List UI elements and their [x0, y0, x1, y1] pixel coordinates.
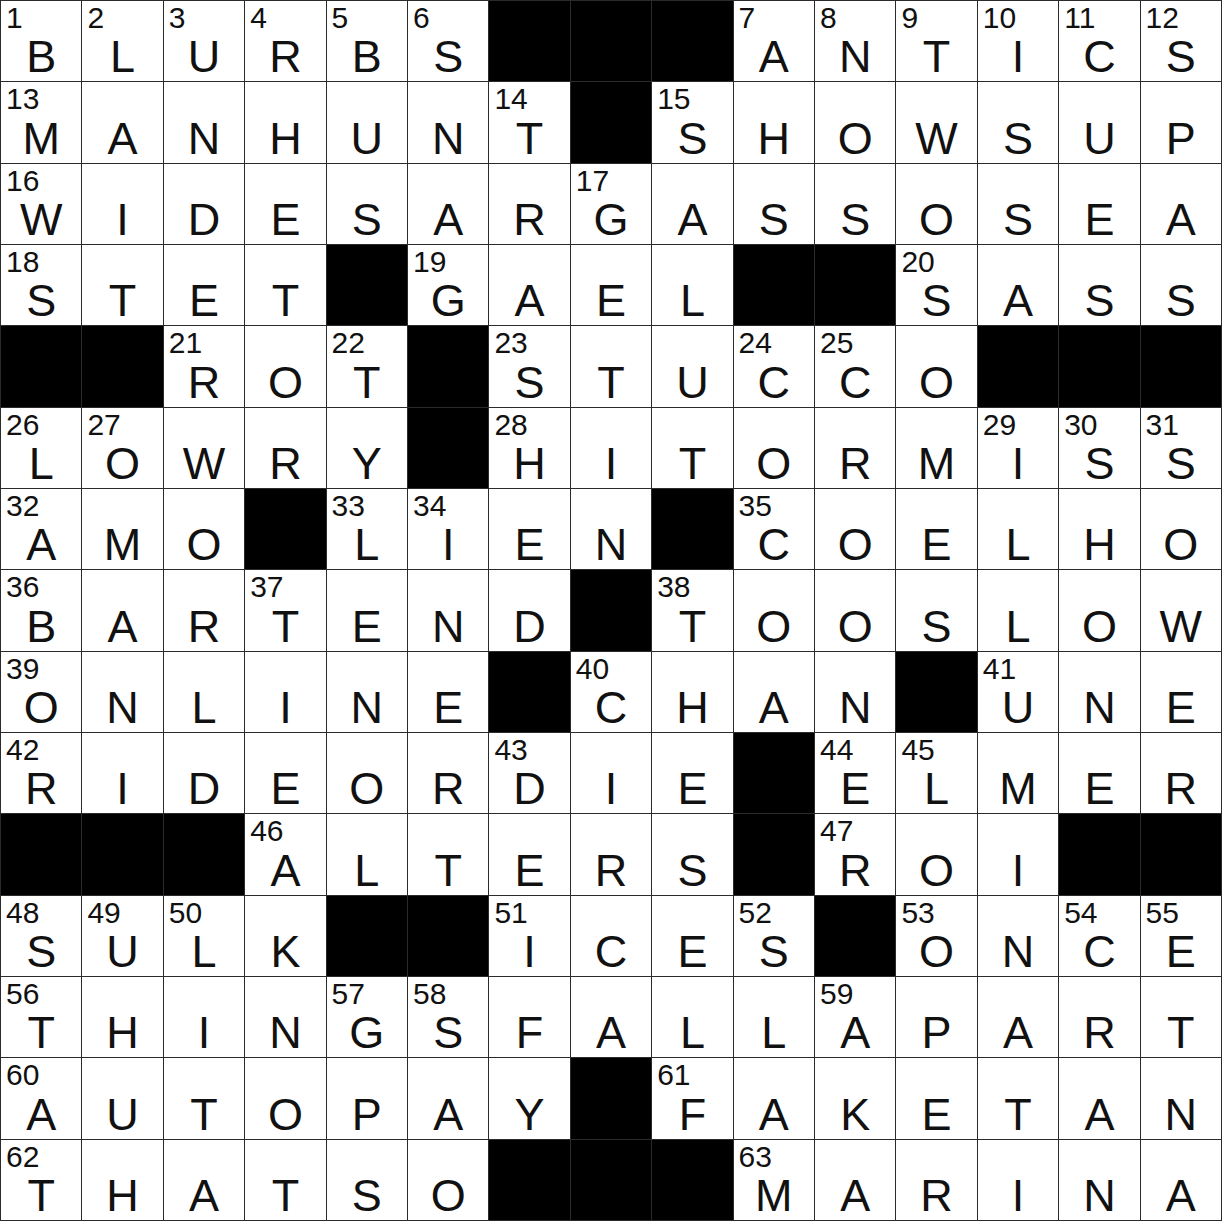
- cell-r8c15[interactable]: W: [1141, 570, 1221, 650]
- cell-r4c1[interactable]: 18S: [1, 245, 81, 325]
- cell-r14c10[interactable]: A: [734, 1058, 814, 1138]
- cell-r13c6[interactable]: 58S: [408, 977, 488, 1057]
- cell-r15c5[interactable]: S: [327, 1140, 407, 1220]
- cell-r8c10[interactable]: O: [734, 570, 814, 650]
- cell-r10c15[interactable]: R: [1141, 733, 1221, 813]
- cell-r14c1[interactable]: 60A: [1, 1058, 81, 1138]
- cell-r7c7[interactable]: E: [489, 489, 569, 569]
- cell-r12c8[interactable]: C: [571, 896, 651, 976]
- cell-r3c15[interactable]: A: [1141, 164, 1221, 244]
- cell-letter: E: [896, 522, 976, 567]
- cell-letter: N: [571, 522, 651, 567]
- cell-letter: N: [815, 34, 895, 79]
- cell-r9c6[interactable]: E: [408, 652, 488, 732]
- cell-r13c3[interactable]: I: [164, 977, 244, 1057]
- cell-letter: S: [978, 116, 1058, 161]
- cell-r12c7[interactable]: 51I: [489, 896, 569, 976]
- cell-r5c7[interactable]: 23S: [489, 326, 569, 406]
- cell-r6c11[interactable]: R: [815, 408, 895, 488]
- cell-r1c15[interactable]: 12S: [1141, 1, 1221, 81]
- cell-letter: T: [652, 441, 732, 486]
- cell-letter: R: [245, 34, 325, 79]
- cell-letter: R: [571, 848, 651, 893]
- block-r7c4: [245, 489, 325, 569]
- cell-r12c4[interactable]: K: [245, 896, 325, 976]
- cell-r3c7[interactable]: R: [489, 164, 569, 244]
- cell-r9c4[interactable]: I: [245, 652, 325, 732]
- cell-r6c1[interactable]: 26L: [1, 408, 81, 488]
- cell-r3c13[interactable]: S: [978, 164, 1058, 244]
- cell-r6c8[interactable]: I: [571, 408, 651, 488]
- cell-r3c10[interactable]: S: [734, 164, 814, 244]
- cell-letter: I: [489, 929, 569, 974]
- clue-number: 62: [6, 1141, 39, 1173]
- cell-r12c12[interactable]: 53O: [896, 896, 976, 976]
- cell-letter: G: [327, 1010, 407, 1055]
- cell-r2c7[interactable]: 14T: [489, 82, 569, 162]
- cell-r2c14[interactable]: U: [1059, 82, 1139, 162]
- cell-r11c5[interactable]: L: [327, 814, 407, 894]
- cell-r5c5[interactable]: 22T: [327, 326, 407, 406]
- cell-letter: L: [652, 278, 732, 323]
- cell-r12c1[interactable]: 48S: [1, 896, 81, 976]
- cell-r2c1[interactable]: 13M: [1, 82, 81, 162]
- cell-letter: H: [82, 1173, 162, 1218]
- cell-letter: U: [327, 116, 407, 161]
- cell-r8c2[interactable]: A: [82, 570, 162, 650]
- cell-r10c2[interactable]: I: [82, 733, 162, 813]
- cell-letter: N: [1059, 1173, 1139, 1218]
- clue-number: 2: [87, 2, 104, 34]
- block-r11c1: [1, 814, 81, 894]
- cell-letter: R: [896, 1173, 976, 1218]
- clue-number: 26: [6, 409, 39, 441]
- cell-letter: F: [489, 1010, 569, 1055]
- cell-r4c2[interactable]: T: [82, 245, 162, 325]
- clue-number: 21: [169, 327, 202, 359]
- block-r5c13: [978, 326, 1058, 406]
- cell-letter: W: [1, 197, 81, 242]
- cell-letter: A: [734, 685, 814, 730]
- cell-r11c6[interactable]: T: [408, 814, 488, 894]
- cell-r13c1[interactable]: 56T: [1, 977, 81, 1057]
- clue-number: 59: [820, 978, 853, 1010]
- cell-letter: H: [489, 441, 569, 486]
- clue-number: 25: [820, 327, 853, 359]
- cell-letter: E: [815, 766, 895, 811]
- cell-r11c11[interactable]: 47R: [815, 814, 895, 894]
- cell-letter: N: [978, 929, 1058, 974]
- cell-r8c1[interactable]: 36B: [1, 570, 81, 650]
- block-r15c8: [571, 1140, 651, 1220]
- cell-r8c5[interactable]: E: [327, 570, 407, 650]
- cell-r15c2[interactable]: H: [82, 1140, 162, 1220]
- cell-r7c5[interactable]: 33L: [327, 489, 407, 569]
- cell-letter: O: [1141, 522, 1221, 567]
- clue-number: 23: [494, 327, 527, 359]
- cell-r8c7[interactable]: D: [489, 570, 569, 650]
- cell-r5c9[interactable]: U: [652, 326, 732, 406]
- cell-r12c10[interactable]: 52S: [734, 896, 814, 976]
- cell-r2c6[interactable]: N: [408, 82, 488, 162]
- cell-r12c14[interactable]: 54C: [1059, 896, 1139, 976]
- cell-r10c5[interactable]: O: [327, 733, 407, 813]
- cell-r6c4[interactable]: R: [245, 408, 325, 488]
- cell-r14c4[interactable]: O: [245, 1058, 325, 1138]
- cell-r14c13[interactable]: T: [978, 1058, 1058, 1138]
- cell-letter: S: [327, 197, 407, 242]
- cell-r10c14[interactable]: E: [1059, 733, 1139, 813]
- cell-r6c5[interactable]: Y: [327, 408, 407, 488]
- cell-letter: W: [1141, 604, 1221, 649]
- cell-r3c11[interactable]: S: [815, 164, 895, 244]
- cell-r8c13[interactable]: L: [978, 570, 1058, 650]
- cell-letter: A: [82, 116, 162, 161]
- cell-r9c1[interactable]: 39O: [1, 652, 81, 732]
- cell-letter: O: [164, 522, 244, 567]
- cell-r1c11[interactable]: 8N: [815, 1, 895, 81]
- cell-r13c2[interactable]: H: [82, 977, 162, 1057]
- block-r4c11: [815, 245, 895, 325]
- cell-r14c6[interactable]: A: [408, 1058, 488, 1138]
- cell-r1c12[interactable]: 9T: [896, 1, 976, 81]
- cell-r10c4[interactable]: E: [245, 733, 325, 813]
- cell-r7c14[interactable]: H: [1059, 489, 1139, 569]
- cell-letter: L: [978, 522, 1058, 567]
- clue-number: 10: [983, 2, 1016, 34]
- block-r7c9: [652, 489, 732, 569]
- cell-r7c13[interactable]: L: [978, 489, 1058, 569]
- cell-r15c13[interactable]: I: [978, 1140, 1058, 1220]
- cell-r2c5[interactable]: U: [327, 82, 407, 162]
- cell-r2c15[interactable]: P: [1141, 82, 1221, 162]
- cell-r9c2[interactable]: N: [82, 652, 162, 732]
- cell-r7c1[interactable]: 32A: [1, 489, 81, 569]
- cell-r3c14[interactable]: E: [1059, 164, 1139, 244]
- cell-r9c9[interactable]: H: [652, 652, 732, 732]
- cell-letter: P: [327, 1092, 407, 1137]
- block-r10c10: [734, 733, 814, 813]
- cell-r13c15[interactable]: T: [1141, 977, 1221, 1057]
- cell-r12c9[interactable]: E: [652, 896, 732, 976]
- cell-letter: I: [408, 522, 488, 567]
- clue-number: 56: [6, 978, 39, 1010]
- cell-r15c4[interactable]: T: [245, 1140, 325, 1220]
- cell-r13c5[interactable]: 57G: [327, 977, 407, 1057]
- cell-r1c3[interactable]: 3U: [164, 1, 244, 81]
- cell-r3c6[interactable]: A: [408, 164, 488, 244]
- cell-r12c2[interactable]: 49U: [82, 896, 162, 976]
- cell-r15c14[interactable]: N: [1059, 1140, 1139, 1220]
- cell-r6c12[interactable]: M: [896, 408, 976, 488]
- cell-r7c2[interactable]: M: [82, 489, 162, 569]
- cell-r6c15[interactable]: 31S: [1141, 408, 1221, 488]
- cell-letter: M: [734, 1173, 814, 1218]
- cell-r14c7[interactable]: Y: [489, 1058, 569, 1138]
- cell-r5c3[interactable]: 21R: [164, 326, 244, 406]
- cell-r3c9[interactable]: A: [652, 164, 732, 244]
- cell-r8c3[interactable]: R: [164, 570, 244, 650]
- cell-r10c12[interactable]: 45L: [896, 733, 976, 813]
- cell-r2c10[interactable]: H: [734, 82, 814, 162]
- cell-r13c10[interactable]: L: [734, 977, 814, 1057]
- cell-letter: A: [1, 1092, 81, 1137]
- cell-r4c8[interactable]: E: [571, 245, 651, 325]
- clue-number: 46: [250, 815, 283, 847]
- clue-number: 55: [1146, 897, 1179, 929]
- block-r1c7: [489, 1, 569, 81]
- cell-r10c3[interactable]: D: [164, 733, 244, 813]
- block-r5c14: [1059, 326, 1139, 406]
- clue-number: 6: [413, 2, 430, 34]
- cell-letter: A: [1141, 197, 1221, 242]
- cell-r13c4[interactable]: N: [245, 977, 325, 1057]
- cell-r6c13[interactable]: 29I: [978, 408, 1058, 488]
- cell-letter: T: [1, 1173, 81, 1218]
- cell-letter: M: [978, 766, 1058, 811]
- block-r9c7: [489, 652, 569, 732]
- cell-r14c2[interactable]: U: [82, 1058, 162, 1138]
- cell-letter: E: [245, 766, 325, 811]
- cell-r15c6[interactable]: O: [408, 1140, 488, 1220]
- cell-r14c11[interactable]: K: [815, 1058, 895, 1138]
- cell-r15c12[interactable]: R: [896, 1140, 976, 1220]
- cell-r7c8[interactable]: N: [571, 489, 651, 569]
- cell-letter: C: [571, 929, 651, 974]
- cell-letter: P: [896, 1010, 976, 1055]
- cell-letter: S: [1141, 34, 1221, 79]
- cell-r9c15[interactable]: E: [1141, 652, 1221, 732]
- cell-r7c11[interactable]: O: [815, 489, 895, 569]
- cell-r1c5[interactable]: 5B: [327, 1, 407, 81]
- cell-r11c4[interactable]: 46A: [245, 814, 325, 894]
- clue-number: 9: [901, 2, 918, 34]
- cell-letter: A: [1, 522, 81, 567]
- cell-letter: N: [245, 1010, 325, 1055]
- cell-letter: S: [652, 116, 732, 161]
- cell-r8c12[interactable]: S: [896, 570, 976, 650]
- cell-r15c10[interactable]: 63M: [734, 1140, 814, 1220]
- cell-r11c8[interactable]: R: [571, 814, 651, 894]
- cell-letter: S: [652, 848, 732, 893]
- cell-r9c14[interactable]: N: [1059, 652, 1139, 732]
- cell-letter: A: [815, 1010, 895, 1055]
- cell-r6c7[interactable]: 28H: [489, 408, 569, 488]
- clue-number: 39: [6, 653, 39, 685]
- cell-r4c13[interactable]: A: [978, 245, 1058, 325]
- clue-number: 31: [1146, 409, 1179, 441]
- cell-r6c14[interactable]: 30S: [1059, 408, 1139, 488]
- cell-r9c11[interactable]: N: [815, 652, 895, 732]
- cell-r11c13[interactable]: I: [978, 814, 1058, 894]
- cell-r8c14[interactable]: O: [1059, 570, 1139, 650]
- cell-r3c12[interactable]: O: [896, 164, 976, 244]
- cell-r9c3[interactable]: L: [164, 652, 244, 732]
- cell-r3c1[interactable]: 16W: [1, 164, 81, 244]
- cell-letter: I: [978, 441, 1058, 486]
- cell-letter: S: [896, 604, 976, 649]
- cell-letter: I: [82, 766, 162, 811]
- cell-letter: G: [571, 197, 651, 242]
- cell-r4c14[interactable]: S: [1059, 245, 1139, 325]
- cell-r4c6[interactable]: 19G: [408, 245, 488, 325]
- cell-r1c6[interactable]: 6S: [408, 1, 488, 81]
- cell-r5c8[interactable]: T: [571, 326, 651, 406]
- cell-r3c2[interactable]: I: [82, 164, 162, 244]
- cell-r8c4[interactable]: 37T: [245, 570, 325, 650]
- cell-letter: E: [489, 522, 569, 567]
- cell-letter: T: [327, 360, 407, 405]
- cell-r10c11[interactable]: 44E: [815, 733, 895, 813]
- cell-r13c14[interactable]: R: [1059, 977, 1139, 1057]
- cell-r5c11[interactable]: 25C: [815, 326, 895, 406]
- clue-number: 16: [6, 165, 39, 197]
- cell-r5c4[interactable]: O: [245, 326, 325, 406]
- cell-r1c14[interactable]: 11C: [1059, 1, 1139, 81]
- cell-letter: S: [489, 360, 569, 405]
- cell-r13c12[interactable]: P: [896, 977, 976, 1057]
- cell-r7c15[interactable]: O: [1141, 489, 1221, 569]
- cell-r14c15[interactable]: N: [1141, 1058, 1221, 1138]
- cell-r12c15[interactable]: 55E: [1141, 896, 1221, 976]
- cell-letter: A: [734, 1092, 814, 1137]
- cell-r14c9[interactable]: 61F: [652, 1058, 732, 1138]
- cell-r4c4[interactable]: T: [245, 245, 325, 325]
- cell-letter: L: [652, 1010, 732, 1055]
- cell-r2c9[interactable]: 15S: [652, 82, 732, 162]
- cell-r2c13[interactable]: S: [978, 82, 1058, 162]
- cell-letter: B: [327, 34, 407, 79]
- cell-letter: S: [408, 34, 488, 79]
- cell-r3c8[interactable]: 17G: [571, 164, 651, 244]
- cell-r13c8[interactable]: A: [571, 977, 651, 1057]
- cell-r4c9[interactable]: L: [652, 245, 732, 325]
- cell-letter: R: [815, 441, 895, 486]
- cell-r5c10[interactable]: 24C: [734, 326, 814, 406]
- cell-r1c10[interactable]: 7A: [734, 1, 814, 81]
- cell-letter: R: [1059, 1010, 1139, 1055]
- cell-r12c13[interactable]: N: [978, 896, 1058, 976]
- block-r12c5: [327, 896, 407, 976]
- cell-r15c15[interactable]: A: [1141, 1140, 1221, 1220]
- cell-r13c11[interactable]: 59A: [815, 977, 895, 1057]
- cell-letter: N: [327, 685, 407, 730]
- cell-r7c3[interactable]: O: [164, 489, 244, 569]
- cell-r3c3[interactable]: D: [164, 164, 244, 244]
- cell-r2c11[interactable]: O: [815, 82, 895, 162]
- cell-letter: E: [652, 929, 732, 974]
- cell-r5c12[interactable]: O: [896, 326, 976, 406]
- cell-r10c9[interactable]: E: [652, 733, 732, 813]
- clue-number: 33: [332, 490, 365, 522]
- cell-letter: L: [734, 1010, 814, 1055]
- cell-r11c9[interactable]: S: [652, 814, 732, 894]
- cell-r10c8[interactable]: I: [571, 733, 651, 813]
- cell-r14c3[interactable]: T: [164, 1058, 244, 1138]
- block-r4c5: [327, 245, 407, 325]
- cell-r3c4[interactable]: E: [245, 164, 325, 244]
- cell-r10c1[interactable]: 42R: [1, 733, 81, 813]
- cell-r10c6[interactable]: R: [408, 733, 488, 813]
- cell-r14c14[interactable]: A: [1059, 1058, 1139, 1138]
- cell-r15c11[interactable]: A: [815, 1140, 895, 1220]
- cell-r14c12[interactable]: E: [896, 1058, 976, 1138]
- cell-r11c7[interactable]: E: [489, 814, 569, 894]
- cell-letter: N: [408, 604, 488, 649]
- cell-letter: A: [408, 197, 488, 242]
- cell-r7c12[interactable]: E: [896, 489, 976, 569]
- cell-r8c11[interactable]: O: [815, 570, 895, 650]
- clue-number: 63: [739, 1141, 772, 1173]
- cell-r6c3[interactable]: W: [164, 408, 244, 488]
- cell-r6c2[interactable]: 27O: [82, 408, 162, 488]
- cell-letter: L: [164, 929, 244, 974]
- cell-letter: A: [245, 848, 325, 893]
- cell-r4c15[interactable]: S: [1141, 245, 1221, 325]
- cell-letter: S: [1059, 441, 1139, 486]
- cell-r2c2[interactable]: A: [82, 82, 162, 162]
- cell-r9c13[interactable]: 41U: [978, 652, 1058, 732]
- cell-r13c13[interactable]: A: [978, 977, 1058, 1057]
- cell-r1c2[interactable]: 2L: [82, 1, 162, 81]
- cell-r9c8[interactable]: 40C: [571, 652, 651, 732]
- cell-letter: N: [164, 116, 244, 161]
- cell-letter: E: [1059, 197, 1139, 242]
- cell-r6c10[interactable]: O: [734, 408, 814, 488]
- cell-letter: A: [978, 278, 1058, 323]
- clue-number: 52: [739, 897, 772, 929]
- cell-r13c7[interactable]: F: [489, 977, 569, 1057]
- cell-r9c5[interactable]: N: [327, 652, 407, 732]
- cell-r1c1[interactable]: 1B: [1, 1, 81, 81]
- cell-r2c3[interactable]: N: [164, 82, 244, 162]
- cell-r10c7[interactable]: 43D: [489, 733, 569, 813]
- cell-r6c9[interactable]: T: [652, 408, 732, 488]
- cell-r7c6[interactable]: 34I: [408, 489, 488, 569]
- cell-r15c3[interactable]: A: [164, 1140, 244, 1220]
- cell-r4c3[interactable]: E: [164, 245, 244, 325]
- cell-r8c6[interactable]: N: [408, 570, 488, 650]
- clue-number: 11: [1064, 2, 1095, 34]
- cell-r2c4[interactable]: H: [245, 82, 325, 162]
- cell-r13c9[interactable]: L: [652, 977, 732, 1057]
- cell-r2c12[interactable]: W: [896, 82, 976, 162]
- cell-r10c13[interactable]: M: [978, 733, 1058, 813]
- block-r11c10: [734, 814, 814, 894]
- cell-letter: R: [408, 766, 488, 811]
- cell-r14c5[interactable]: P: [327, 1058, 407, 1138]
- cell-r1c13[interactable]: 10I: [978, 1, 1058, 81]
- cell-letter: C: [734, 522, 814, 567]
- cell-r15c1[interactable]: 62T: [1, 1140, 81, 1220]
- cell-r3c5[interactable]: S: [327, 164, 407, 244]
- cell-r7c10[interactable]: 35C: [734, 489, 814, 569]
- cell-letter: S: [734, 197, 814, 242]
- cell-letter: D: [489, 766, 569, 811]
- cell-r4c12[interactable]: 20S: [896, 245, 976, 325]
- cell-letter: S: [1, 278, 81, 323]
- cell-letter: R: [164, 604, 244, 649]
- cell-r9c10[interactable]: A: [734, 652, 814, 732]
- cell-r4c7[interactable]: A: [489, 245, 569, 325]
- cell-r12c3[interactable]: 50L: [164, 896, 244, 976]
- clue-number: 30: [1064, 409, 1097, 441]
- cell-letter: K: [815, 1092, 895, 1137]
- cell-r1c4[interactable]: 4R: [245, 1, 325, 81]
- cell-r11c12[interactable]: O: [896, 814, 976, 894]
- cell-r8c9[interactable]: 38T: [652, 570, 732, 650]
- cell-letter: O: [896, 848, 976, 893]
